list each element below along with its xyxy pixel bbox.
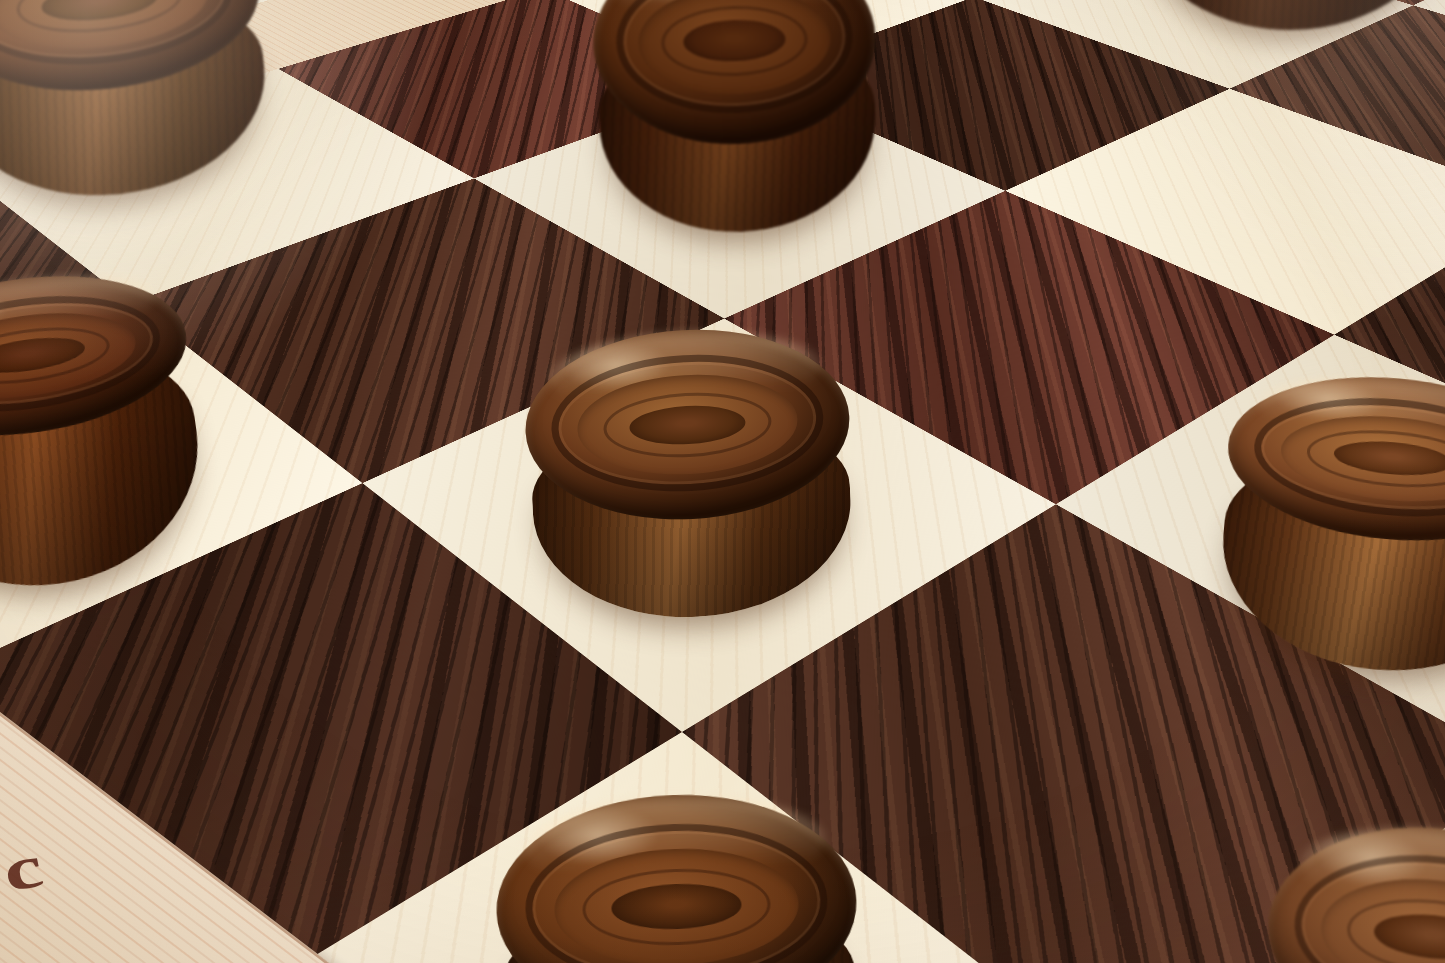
piece-e2[interactable] <box>1248 812 1445 963</box>
pieces-layer <box>0 0 1445 963</box>
piece-a2[interactable] <box>0 0 279 211</box>
board-photo: c <box>0 0 1445 963</box>
piece-e4[interactable] <box>1130 0 1445 30</box>
piece-d1[interactable] <box>493 789 864 963</box>
piece-side <box>1133 0 1445 30</box>
piece-b3[interactable] <box>590 0 882 237</box>
piece-d3[interactable] <box>1210 364 1445 684</box>
piece-c2[interactable] <box>521 322 860 626</box>
piece-b1[interactable] <box>0 257 218 606</box>
